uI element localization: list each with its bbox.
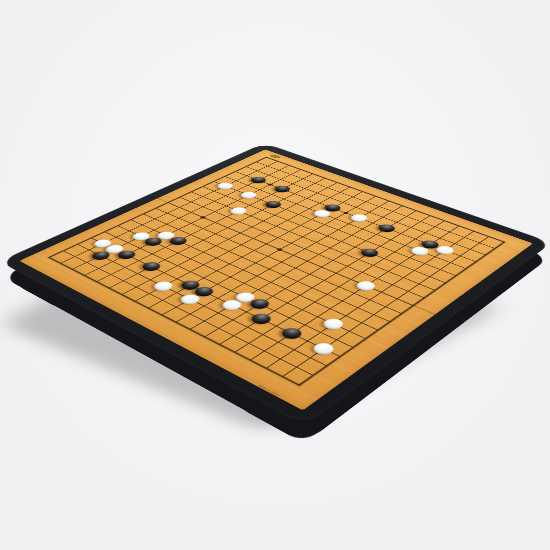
stone-white [177, 293, 203, 307]
star-point [123, 253, 130, 256]
product-photo-stage: MADE IN KOREA [0, 0, 550, 550]
stone-white [151, 280, 177, 293]
board-frame: MADE IN KOREA [0, 143, 550, 426]
star-point [362, 284, 369, 288]
stone-black [139, 261, 164, 273]
stone-white [320, 317, 347, 332]
star-point [200, 289, 208, 293]
stone-white [219, 298, 245, 312]
origin-label: MADE IN KOREA [258, 384, 281, 396]
star-point [288, 331, 296, 335]
grid-line-vertical [282, 236, 490, 377]
stone-black [191, 285, 217, 298]
stone-black [248, 312, 275, 326]
board-scene: MADE IN KOREA [100, 72, 460, 432]
grid-line-horizontal [77, 244, 328, 366]
stone-black [178, 279, 203, 292]
go-board: MADE IN KOREA [22, 150, 530, 408]
board-surface: MADE IN KOREA [19, 149, 533, 410]
grid-line-horizontal [63, 250, 314, 375]
stone-white [310, 341, 338, 357]
stone-white [232, 291, 258, 305]
stone-white [353, 279, 378, 292]
stone-black [278, 326, 305, 341]
grid-line-horizontal [104, 231, 354, 348]
board-grid [48, 157, 505, 386]
stone-black [247, 297, 273, 311]
